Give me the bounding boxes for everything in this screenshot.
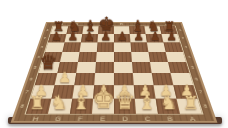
square-d7[interactable]: ♟ xyxy=(114,85,135,98)
square-a7[interactable]: ♟ xyxy=(173,85,197,98)
photo-background: HGFEDCBA HGFEDCBA 12345678 12345678 ♜♞♝♚… xyxy=(0,0,228,128)
square-a5[interactable] xyxy=(168,62,189,73)
square-d5[interactable] xyxy=(114,62,133,73)
coordinate-label: H xyxy=(23,116,47,121)
square-f5[interactable] xyxy=(76,62,96,73)
board-squares: ♜♞♝♚♝♞♜♟♟♟♟♟♟♟♟♛♟♟♟♟♟♟♟♟♜♞♝♚♛♝♞♜ xyxy=(26,26,202,114)
square-f2[interactable]: ♟ xyxy=(81,34,98,43)
square-b6[interactable] xyxy=(152,73,174,85)
square-c3[interactable] xyxy=(130,43,148,52)
coordinate-label: G xyxy=(46,116,69,121)
square-c4[interactable] xyxy=(131,52,150,62)
square-b3[interactable] xyxy=(147,43,166,52)
coordinate-label: E xyxy=(91,116,114,121)
coordinate-label: D xyxy=(114,116,137,121)
light-pawn: ♟ xyxy=(135,83,156,98)
dark-bishop: ♝ xyxy=(82,19,98,34)
coordinate-label: A xyxy=(181,116,205,121)
coordinate-label: F xyxy=(69,116,92,121)
square-h4[interactable] xyxy=(42,52,62,62)
light-king: ♚ xyxy=(92,87,114,113)
square-h5[interactable]: ♛ xyxy=(39,62,60,73)
square-c7[interactable]: ♟ xyxy=(134,85,156,98)
light-pawn: ♟ xyxy=(93,83,114,98)
square-g1[interactable]: ♞ xyxy=(66,26,83,34)
square-f3[interactable] xyxy=(80,43,98,52)
chess-board: HGFEDCBA HGFEDCBA 12345678 12345678 ♜♞♝♚… xyxy=(11,22,218,123)
file-labels-far: HGFEDCBA xyxy=(53,23,174,25)
square-e7[interactable]: ♟ xyxy=(93,85,114,98)
coordinate-label: D xyxy=(114,23,129,25)
coordinate-label: H xyxy=(53,23,69,25)
square-g7[interactable] xyxy=(51,85,74,98)
square-g2[interactable]: ♟ xyxy=(65,34,83,43)
square-c6[interactable] xyxy=(133,73,154,85)
square-a2[interactable]: ♟ xyxy=(162,34,180,43)
square-a6[interactable] xyxy=(171,73,194,85)
square-c5[interactable] xyxy=(132,62,152,73)
square-d2[interactable]: ♟ xyxy=(114,34,130,43)
square-a3[interactable] xyxy=(163,43,182,52)
square-f7[interactable]: ♟ xyxy=(72,85,94,98)
square-h6[interactable] xyxy=(35,73,58,85)
square-d6[interactable] xyxy=(114,73,134,85)
square-d1[interactable] xyxy=(114,26,130,34)
square-g5[interactable] xyxy=(57,62,78,73)
square-c2[interactable]: ♟ xyxy=(130,34,147,43)
square-e8[interactable]: ♚ xyxy=(92,99,114,114)
square-f4[interactable] xyxy=(78,52,97,62)
square-e5[interactable] xyxy=(95,62,114,73)
square-h2[interactable]: ♟ xyxy=(48,34,66,43)
square-f1[interactable]: ♝ xyxy=(82,26,98,34)
square-e3[interactable] xyxy=(97,43,114,52)
square-g6[interactable]: ♟ xyxy=(55,73,77,85)
coordinate-label: F xyxy=(84,23,99,25)
square-a8[interactable]: ♜ xyxy=(177,99,202,114)
coordinate-label: E xyxy=(99,23,114,25)
coordinate-label: C xyxy=(129,23,144,25)
light-pawn: ♟ xyxy=(114,83,135,98)
square-e2[interactable]: ♟ xyxy=(98,34,114,43)
square-c8[interactable]: ♝ xyxy=(135,99,158,114)
coordinate-label: B xyxy=(158,116,181,121)
square-g8[interactable]: ♞ xyxy=(48,99,72,114)
square-f6[interactable] xyxy=(74,73,95,85)
square-c1[interactable]: ♝ xyxy=(129,26,145,34)
dark-knight: ♞ xyxy=(67,20,83,34)
square-e4[interactable] xyxy=(96,52,114,62)
coordinate-label: C xyxy=(136,116,159,121)
square-e1[interactable]: ♚ xyxy=(98,26,114,34)
coordinate-label: G xyxy=(69,23,85,25)
light-pawn: ♟ xyxy=(31,83,52,98)
square-e6[interactable] xyxy=(94,73,114,85)
light-knight: ♞ xyxy=(48,93,70,113)
coordinate-label: B xyxy=(144,23,160,25)
square-d3[interactable] xyxy=(114,43,131,52)
square-b4[interactable] xyxy=(148,52,168,62)
square-b1[interactable]: ♞ xyxy=(144,26,161,34)
square-d8[interactable]: ♛ xyxy=(114,99,136,114)
dark-queen: ♛ xyxy=(39,53,58,73)
file-labels-near: HGFEDCBA xyxy=(23,116,204,121)
square-g4[interactable] xyxy=(60,52,80,62)
square-a1[interactable]: ♜ xyxy=(160,26,178,34)
square-d4[interactable] xyxy=(114,52,132,62)
light-knight: ♞ xyxy=(158,93,180,113)
dark-bishop: ♝ xyxy=(130,19,146,34)
square-f8[interactable]: ♝ xyxy=(70,99,93,114)
square-a4[interactable] xyxy=(166,52,186,62)
light-pawn: ♟ xyxy=(72,83,93,98)
square-g3[interactable] xyxy=(62,43,81,52)
coordinate-label: A xyxy=(159,23,175,25)
